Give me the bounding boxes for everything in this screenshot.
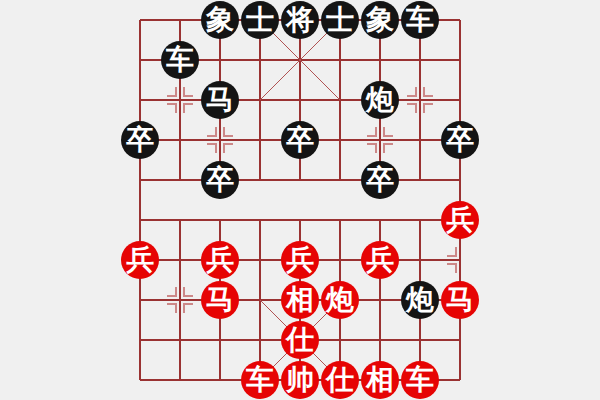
piece-red-general[interactable]: 帅	[281, 361, 319, 399]
piece-red-soldier[interactable]: 兵	[121, 241, 159, 279]
piece-black-soldier[interactable]: 卒	[121, 121, 159, 159]
piece-red-horse[interactable]: 马	[201, 281, 239, 319]
piece-black-soldier[interactable]: 卒	[441, 121, 479, 159]
xiangqi-app-window: 象士将士象车车马炮卒卒卒卒卒兵兵兵兵兵马相炮炮马仕车帅仕相车	[0, 0, 600, 400]
piece-black-soldier[interactable]: 卒	[281, 121, 319, 159]
piece-red-advisor[interactable]: 仕	[281, 321, 319, 359]
piece-red-soldier[interactable]: 兵	[441, 201, 479, 239]
piece-red-advisor[interactable]: 仕	[321, 361, 359, 399]
piece-red-horse[interactable]: 马	[441, 281, 479, 319]
piece-red-elephant[interactable]: 相	[361, 361, 399, 399]
piece-red-soldier[interactable]: 兵	[361, 241, 399, 279]
piece-black-advisor[interactable]: 士	[241, 1, 279, 39]
piece-black-horse[interactable]: 马	[201, 81, 239, 119]
piece-red-chariot[interactable]: 车	[401, 361, 439, 399]
piece-black-advisor[interactable]: 士	[321, 1, 359, 39]
piece-black-chariot[interactable]: 车	[161, 41, 199, 79]
piece-red-soldier[interactable]: 兵	[201, 241, 239, 279]
piece-red-elephant[interactable]: 相	[281, 281, 319, 319]
piece-black-elephant[interactable]: 象	[361, 1, 399, 39]
piece-black-chariot[interactable]: 车	[401, 1, 439, 39]
piece-red-chariot[interactable]: 车	[241, 361, 279, 399]
piece-black-elephant[interactable]: 象	[201, 1, 239, 39]
piece-red-soldier[interactable]: 兵	[281, 241, 319, 279]
piece-black-soldier[interactable]: 卒	[361, 161, 399, 199]
piece-black-cannon[interactable]: 炮	[361, 81, 399, 119]
piece-black-general[interactable]: 将	[281, 1, 319, 39]
piece-black-cannon[interactable]: 炮	[401, 281, 439, 319]
piece-black-soldier[interactable]: 卒	[201, 161, 239, 199]
piece-red-cannon[interactable]: 炮	[321, 281, 359, 319]
xiangqi-board[interactable]: 象士将士象车车马炮卒卒卒卒卒兵兵兵兵兵马相炮炮马仕车帅仕相车	[0, 0, 600, 400]
